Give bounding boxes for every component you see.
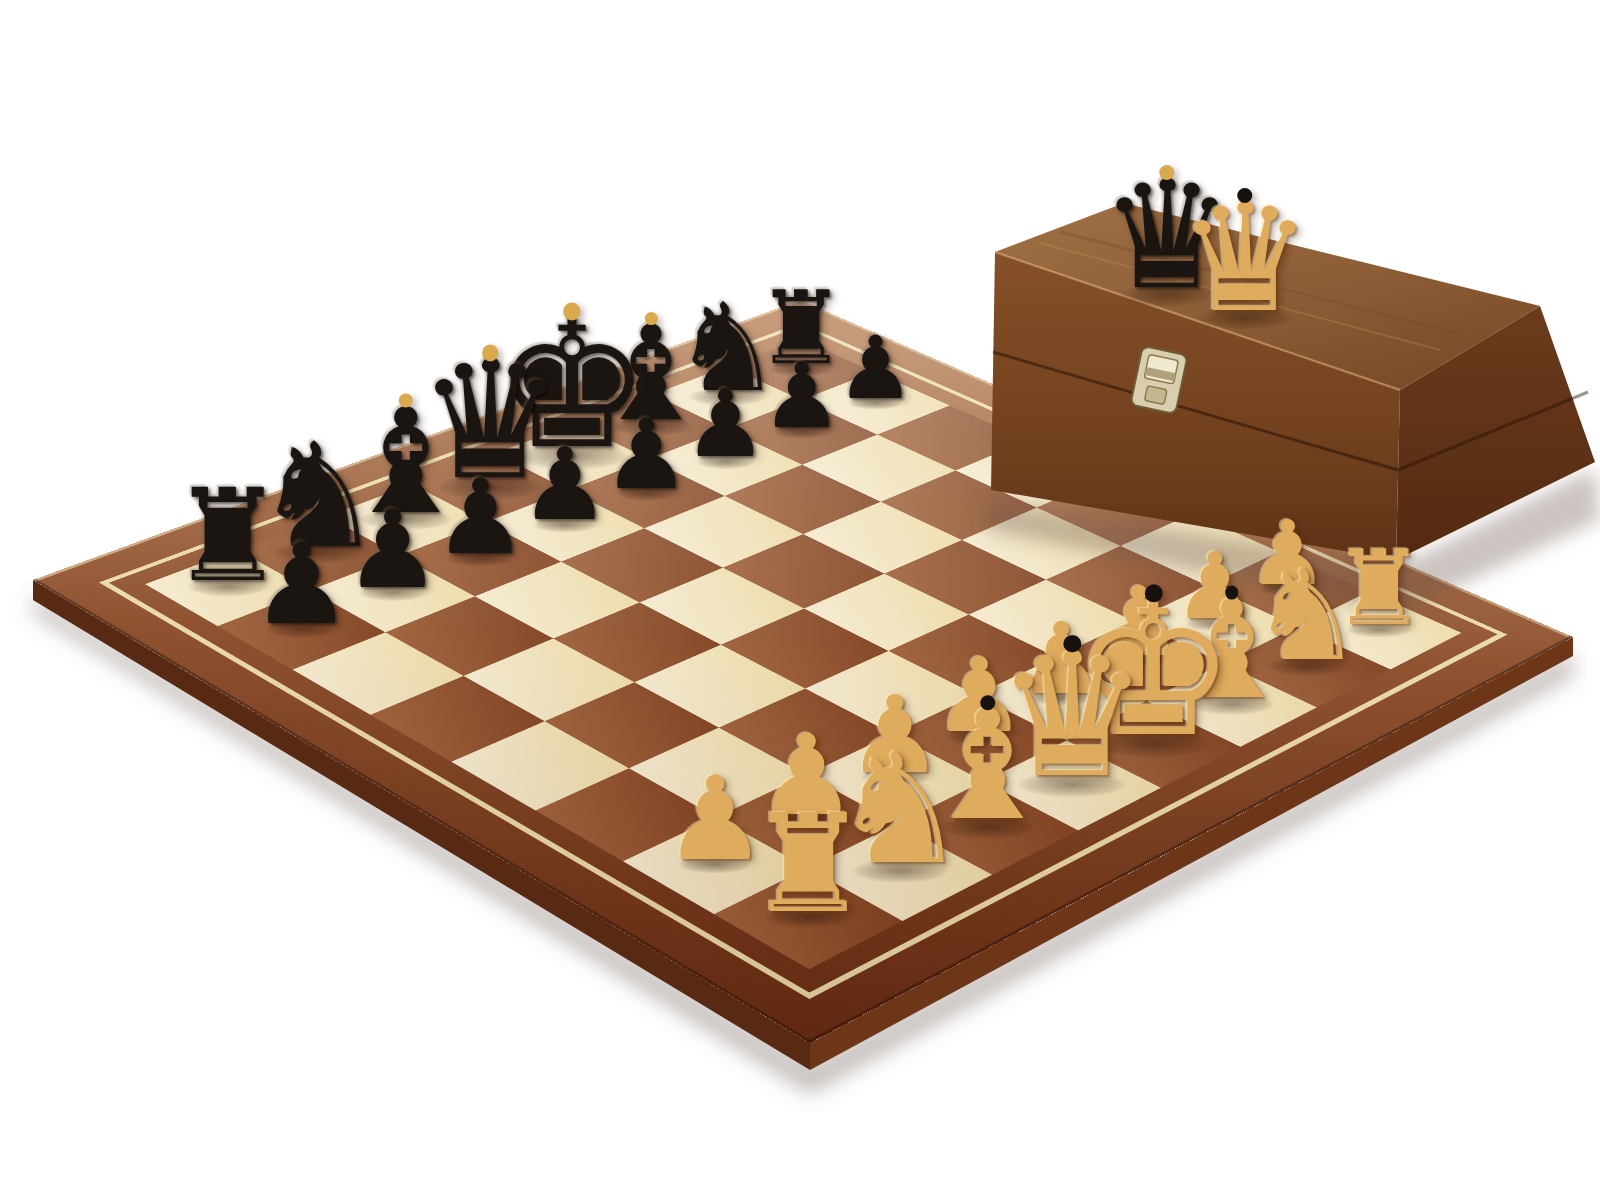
white-queen-glyph: ♛ (1178, 183, 1312, 333)
black-pawn-glyph: ♟ (251, 528, 351, 640)
piece-black-pawn-e7[interactable]: ♟ (603, 406, 690, 503)
queen-finial (1159, 165, 1174, 180)
piece-white-rook-a1[interactable]: ♜ (747, 795, 869, 931)
piece-black-pawn-b7[interactable]: ♟ (344, 496, 441, 604)
bishop-finial (399, 393, 414, 408)
piece-black-pawn-h7[interactable]: ♟ (837, 324, 915, 411)
black-pawn-glyph: ♟ (684, 378, 767, 471)
black-pawn-glyph: ♟ (761, 351, 842, 441)
chess-set-scene: ♜♞♝♛♚♝♞♜♟♟♟♟♟♟♟♟♟♟♟♟♟♟♟♟♜♞♝♛♚♝♞♜♛♛ (0, 0, 1600, 1202)
black-pawn-glyph: ♟ (837, 324, 915, 411)
piece-black-pawn-c7[interactable]: ♟ (434, 465, 527, 569)
pieces-layer: ♜♞♝♛♚♝♞♜♟♟♟♟♟♟♟♟♟♟♟♟♟♟♟♟♜♞♝♛♚♝♞♜♛♛ (0, 0, 1600, 1202)
piece-black-pawn-a7[interactable]: ♟ (251, 528, 351, 640)
queen-finial (1237, 188, 1252, 203)
piece-black-pawn-d7[interactable]: ♟ (520, 435, 610, 535)
black-pawn-glyph: ♟ (344, 496, 441, 604)
black-pawn-glyph: ♟ (603, 406, 690, 503)
black-pawn-glyph: ♟ (520, 435, 610, 535)
king-finial (563, 303, 581, 321)
piece-white-queen-box[interactable]: ♛ (1178, 183, 1312, 333)
piece-black-pawn-f7[interactable]: ♟ (684, 378, 767, 471)
black-pawn-glyph: ♟ (434, 465, 527, 569)
white-rook-glyph: ♜ (747, 795, 869, 931)
piece-black-pawn-g7[interactable]: ♟ (761, 351, 842, 441)
